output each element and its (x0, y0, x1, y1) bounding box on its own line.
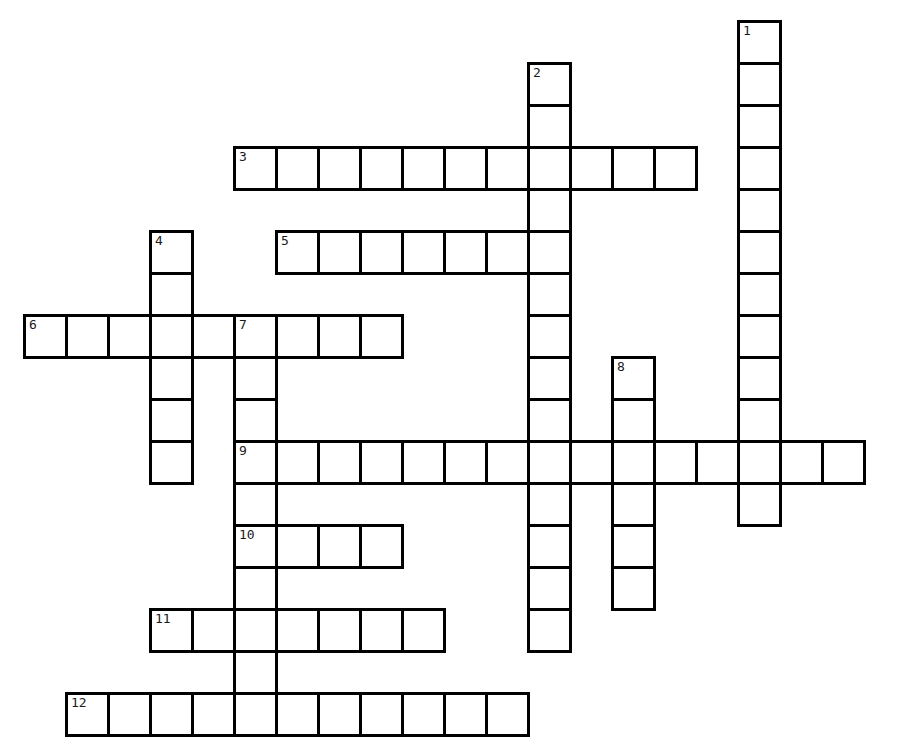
cell-r11-c12[interactable] (527, 482, 572, 527)
cell-r10-c13[interactable] (569, 440, 614, 485)
cell-r11-c5[interactable] (233, 482, 278, 527)
cell-r14-c8[interactable] (359, 608, 404, 653)
cell-r10-c6[interactable] (275, 440, 320, 485)
cell-r10-c3[interactable] (149, 440, 194, 485)
cell-r16-c4[interactable] (191, 692, 236, 737)
cell-r9-c14[interactable] (611, 398, 656, 443)
cell-r3-c14[interactable] (611, 146, 656, 191)
cell-r5-c3[interactable]: 4 (149, 230, 194, 275)
cell-r16-c3[interactable] (149, 692, 194, 737)
cell-r1-c17[interactable] (737, 62, 782, 107)
cell-r9-c3[interactable] (149, 398, 194, 443)
cell-r12-c8[interactable] (359, 524, 404, 569)
cell-r16-c2[interactable] (107, 692, 152, 737)
cell-r7-c1[interactable] (65, 314, 110, 359)
cell-r14-c7[interactable] (317, 608, 362, 653)
cell-r6-c12[interactable] (527, 272, 572, 317)
cell-r10-c11[interactable] (485, 440, 530, 485)
cell-r10-c12[interactable] (527, 440, 572, 485)
cell-r12-c14[interactable] (611, 524, 656, 569)
crossword-board: 123456789101112 (0, 0, 900, 749)
cell-r10-c16[interactable] (695, 440, 740, 485)
cell-r12-c6[interactable] (275, 524, 320, 569)
clue-number: 2 (533, 66, 541, 80)
cell-r13-c12[interactable] (527, 566, 572, 611)
cell-r3-c13[interactable] (569, 146, 614, 191)
cell-r16-c1[interactable]: 12 (65, 692, 110, 737)
cell-r8-c3[interactable] (149, 356, 194, 401)
cell-r3-c5[interactable]: 3 (233, 146, 278, 191)
clue-number: 9 (239, 444, 247, 458)
cell-r3-c12[interactable] (527, 146, 572, 191)
cell-r3-c17[interactable] (737, 146, 782, 191)
cell-r14-c12[interactable] (527, 608, 572, 653)
cell-r1-c12[interactable]: 2 (527, 62, 572, 107)
cell-r10-c8[interactable] (359, 440, 404, 485)
cell-r11-c17[interactable] (737, 482, 782, 527)
cell-r10-c7[interactable] (317, 440, 362, 485)
cell-r5-c12[interactable] (527, 230, 572, 275)
cell-r5-c9[interactable] (401, 230, 446, 275)
cell-r3-c6[interactable] (275, 146, 320, 191)
cell-r3-c15[interactable] (653, 146, 698, 191)
cell-r16-c11[interactable] (485, 692, 530, 737)
cell-r7-c5[interactable]: 7 (233, 314, 278, 359)
cell-r14-c5[interactable] (233, 608, 278, 653)
cell-r16-c9[interactable] (401, 692, 446, 737)
cell-r14-c4[interactable] (191, 608, 236, 653)
clue-number: 11 (155, 612, 171, 626)
cell-r8-c5[interactable] (233, 356, 278, 401)
cell-r10-c14[interactable] (611, 440, 656, 485)
cell-r3-c9[interactable] (401, 146, 446, 191)
cell-r10-c18[interactable] (779, 440, 824, 485)
cell-r9-c12[interactable] (527, 398, 572, 443)
cell-r16-c8[interactable] (359, 692, 404, 737)
clue-number: 3 (239, 150, 247, 164)
cell-r14-c3[interactable]: 11 (149, 608, 194, 653)
cell-r11-c14[interactable] (611, 482, 656, 527)
cell-r10-c10[interactable] (443, 440, 488, 485)
cell-r9-c17[interactable] (737, 398, 782, 443)
cell-r15-c5[interactable] (233, 650, 278, 695)
clue-number: 4 (155, 234, 163, 248)
clue-number: 12 (71, 696, 87, 710)
cell-r10-c19[interactable] (821, 440, 866, 485)
cell-r3-c10[interactable] (443, 146, 488, 191)
cell-r5-c10[interactable] (443, 230, 488, 275)
cell-r6-c17[interactable] (737, 272, 782, 317)
clue-number: 6 (29, 318, 37, 332)
cell-r6-c3[interactable] (149, 272, 194, 317)
cell-r7-c3[interactable] (149, 314, 194, 359)
cell-r5-c17[interactable] (737, 230, 782, 275)
cell-r5-c7[interactable] (317, 230, 362, 275)
clue-number: 1 (743, 24, 751, 38)
clue-number: 7 (239, 318, 247, 332)
cell-r7-c6[interactable] (275, 314, 320, 359)
cell-r7-c7[interactable] (317, 314, 362, 359)
cell-r5-c11[interactable] (485, 230, 530, 275)
cell-r16-c6[interactable] (275, 692, 320, 737)
cell-r2-c12[interactable] (527, 104, 572, 149)
clue-number: 8 (617, 360, 625, 374)
cell-r7-c12[interactable] (527, 314, 572, 359)
cell-r10-c17[interactable] (737, 440, 782, 485)
cell-r14-c6[interactable] (275, 608, 320, 653)
cell-r10-c9[interactable] (401, 440, 446, 485)
clue-number: 10 (239, 528, 255, 542)
cell-r12-c5[interactable]: 10 (233, 524, 278, 569)
cell-r3-c8[interactable] (359, 146, 404, 191)
cell-r7-c17[interactable] (737, 314, 782, 359)
cell-r7-c0[interactable]: 6 (23, 314, 68, 359)
cell-r9-c5[interactable] (233, 398, 278, 443)
cell-r7-c8[interactable] (359, 314, 404, 359)
cell-r16-c7[interactable] (317, 692, 362, 737)
cell-r10-c15[interactable] (653, 440, 698, 485)
cell-r3-c7[interactable] (317, 146, 362, 191)
cell-r7-c2[interactable] (107, 314, 152, 359)
cell-r14-c9[interactable] (401, 608, 446, 653)
cell-r4-c17[interactable] (737, 188, 782, 233)
cell-r5-c6[interactable]: 5 (275, 230, 320, 275)
cell-r13-c14[interactable] (611, 566, 656, 611)
cell-r16-c5[interactable] (233, 692, 278, 737)
cell-r7-c4[interactable] (191, 314, 236, 359)
cell-r5-c8[interactable] (359, 230, 404, 275)
cell-r4-c12[interactable] (527, 188, 572, 233)
clue-number: 5 (281, 234, 289, 248)
cell-r2-c17[interactable] (737, 104, 782, 149)
cell-r8-c17[interactable] (737, 356, 782, 401)
cell-r13-c5[interactable] (233, 566, 278, 611)
cell-r8-c14[interactable]: 8 (611, 356, 656, 401)
cell-r12-c7[interactable] (317, 524, 362, 569)
cell-r3-c11[interactable] (485, 146, 530, 191)
cell-r12-c12[interactable] (527, 524, 572, 569)
cell-r0-c17[interactable]: 1 (737, 20, 782, 65)
cell-r8-c12[interactable] (527, 356, 572, 401)
cell-r16-c10[interactable] (443, 692, 488, 737)
cell-r10-c5[interactable]: 9 (233, 440, 278, 485)
